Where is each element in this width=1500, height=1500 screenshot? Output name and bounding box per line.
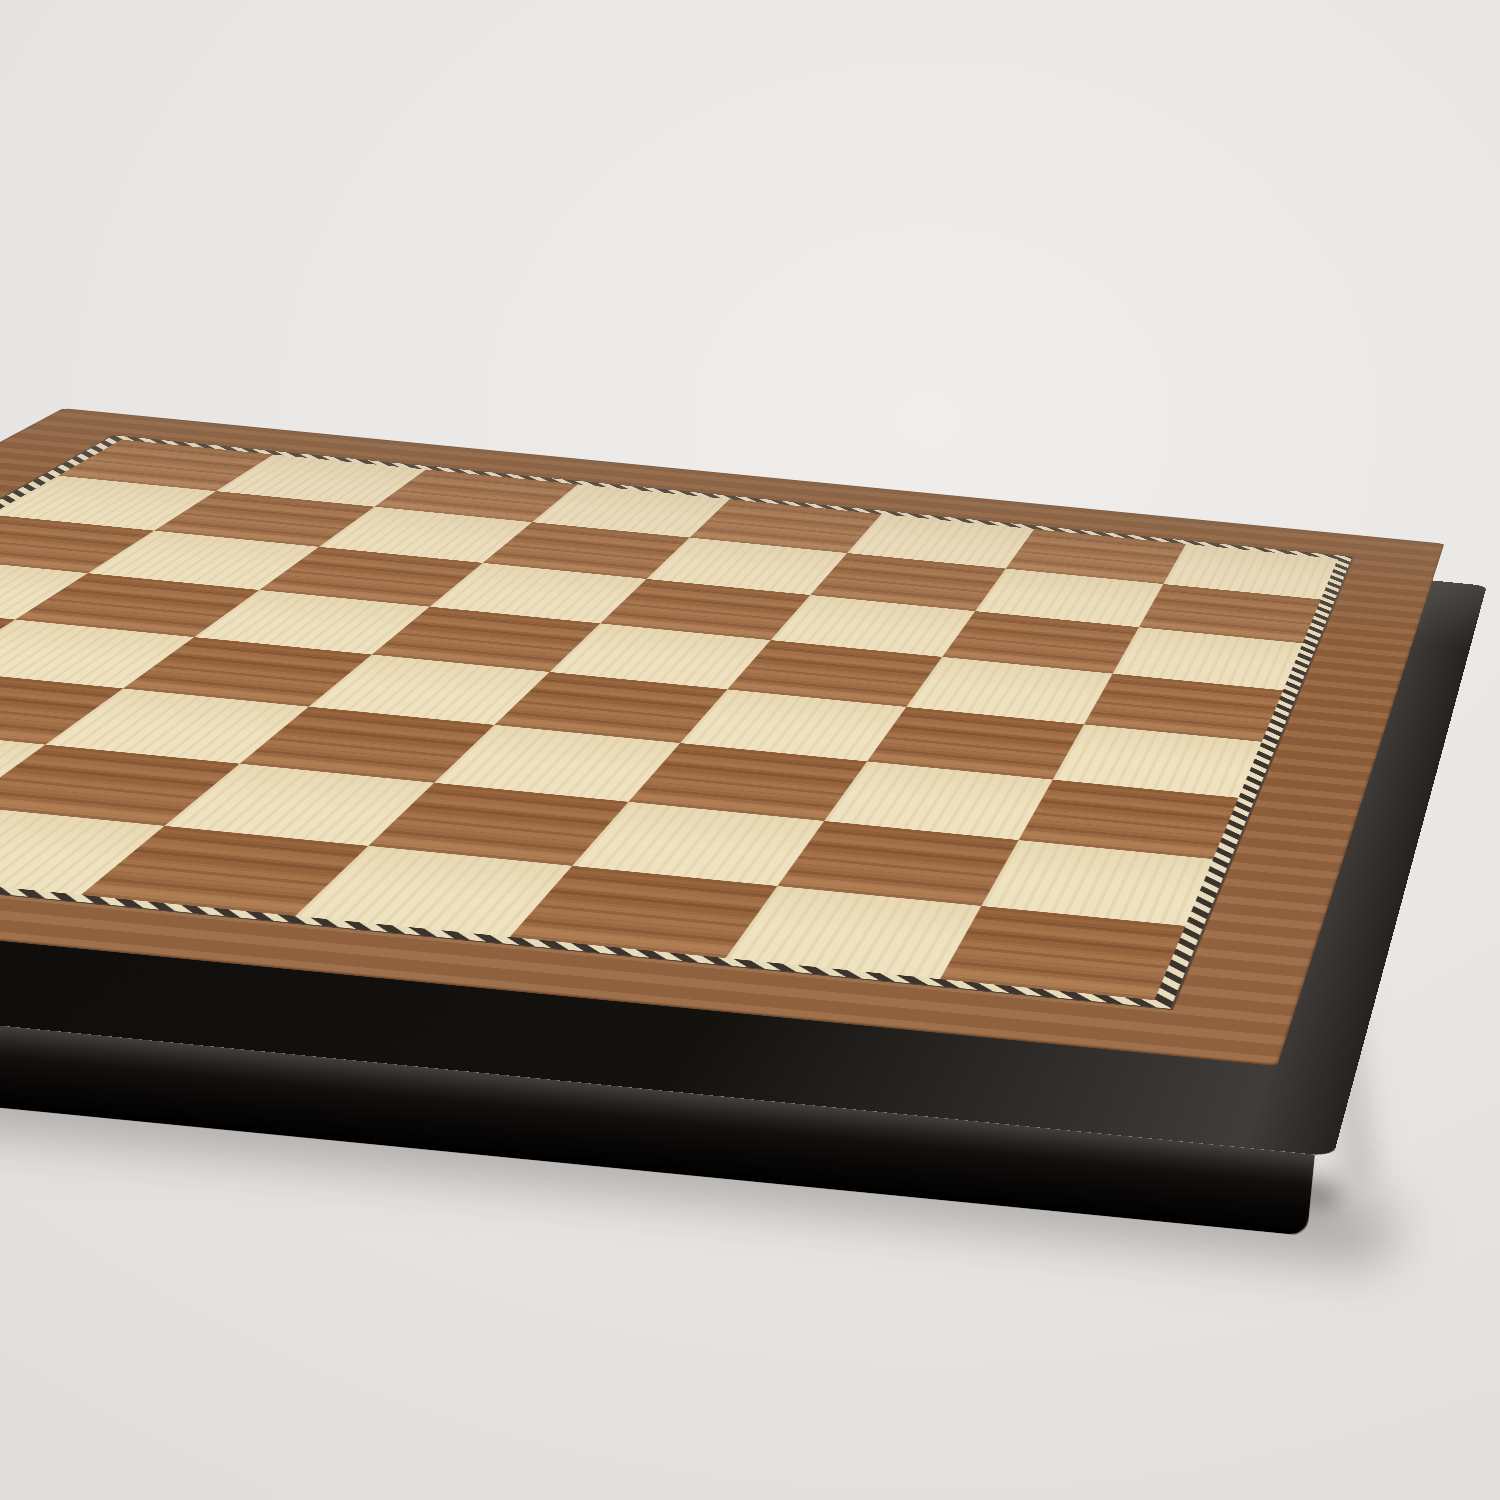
square-r1c8[interactable] xyxy=(1163,544,1338,599)
square-r5c7[interactable] xyxy=(867,707,1084,780)
square-r3c6[interactable] xyxy=(771,595,975,657)
square-r7c8[interactable] xyxy=(981,840,1213,926)
square-r1c4[interactable] xyxy=(532,484,730,537)
square-r8c3[interactable] xyxy=(0,806,164,895)
square-r4c7[interactable] xyxy=(906,657,1113,724)
square-r2c6[interactable] xyxy=(811,553,1006,611)
square-r7c3[interactable] xyxy=(0,744,240,826)
square-r2c1[interactable] xyxy=(0,476,216,531)
square-r4c6[interactable] xyxy=(728,640,942,707)
square-r6c2[interactable] xyxy=(0,670,123,744)
square-r3c5[interactable] xyxy=(600,579,811,640)
square-r1c5[interactable] xyxy=(690,499,882,553)
square-r1c6[interactable] xyxy=(847,514,1033,568)
square-r2c7[interactable] xyxy=(975,568,1163,627)
square-r3c8[interactable] xyxy=(1112,627,1302,690)
photo-backdrop xyxy=(0,0,1500,1500)
square-r2c2[interactable] xyxy=(155,491,374,547)
square-r6c4[interactable] xyxy=(240,707,495,783)
inlay-border xyxy=(0,435,1352,1008)
square-r5c1[interactable] xyxy=(0,602,16,670)
square-r8c5[interactable] xyxy=(295,846,572,937)
board-grid xyxy=(0,440,1338,1001)
square-r8c4[interactable] xyxy=(81,826,369,916)
square-r6c3[interactable] xyxy=(45,688,309,763)
square-r3c1[interactable] xyxy=(0,514,155,573)
square-r5c6[interactable] xyxy=(681,689,906,761)
square-r4c2[interactable] xyxy=(16,573,259,637)
square-r4c1[interactable] xyxy=(0,557,88,620)
square-r6c5[interactable] xyxy=(434,725,680,802)
square-r1c1[interactable] xyxy=(59,440,274,491)
square-r7c2[interactable] xyxy=(0,725,45,806)
square-r6c6[interactable] xyxy=(629,743,866,821)
square-r5c5[interactable] xyxy=(495,672,728,743)
square-r1c3[interactable] xyxy=(374,469,577,522)
square-r8c8[interactable] xyxy=(940,906,1186,1000)
square-r3c2[interactable] xyxy=(88,531,319,590)
square-r5c4[interactable] xyxy=(309,654,550,724)
square-r8c7[interactable] xyxy=(725,886,981,979)
square-r1c2[interactable] xyxy=(216,455,425,507)
square-r3c3[interactable] xyxy=(259,547,483,607)
square-r7c6[interactable] xyxy=(572,802,823,886)
square-r7c4[interactable] xyxy=(164,763,434,846)
square-r2c8[interactable] xyxy=(1139,584,1321,643)
square-r2c3[interactable] xyxy=(319,507,532,563)
square-r7c5[interactable] xyxy=(368,783,629,866)
square-r2c5[interactable] xyxy=(647,538,848,595)
square-r7c7[interactable] xyxy=(777,821,1019,906)
square-r6c7[interactable] xyxy=(824,761,1053,840)
square-r4c8[interactable] xyxy=(1084,674,1283,742)
square-r4c5[interactable] xyxy=(550,623,771,689)
square-r4c4[interactable] xyxy=(372,607,601,672)
square-r1c7[interactable] xyxy=(1005,529,1185,584)
camera-rotation-wrap xyxy=(0,0,1500,1500)
square-r5c3[interactable] xyxy=(123,637,372,706)
perspective-scene xyxy=(0,0,1500,1500)
square-r8c6[interactable] xyxy=(510,866,777,958)
square-r4c3[interactable] xyxy=(194,590,430,655)
square-r2c4[interactable] xyxy=(483,522,690,579)
square-r5c8[interactable] xyxy=(1053,724,1262,797)
square-r3c4[interactable] xyxy=(429,563,646,624)
square-r5c2[interactable] xyxy=(0,620,194,689)
square-r3c7[interactable] xyxy=(942,611,1139,674)
square-r6c8[interactable] xyxy=(1018,779,1238,858)
chess-board xyxy=(0,408,1444,1066)
